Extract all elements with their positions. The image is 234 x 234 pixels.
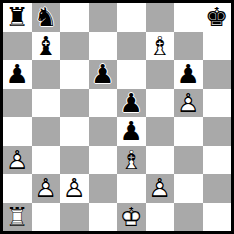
square-a2[interactable] bbox=[3, 174, 32, 203]
square-h6[interactable] bbox=[203, 60, 232, 89]
square-b8[interactable]: ♞ bbox=[32, 3, 61, 32]
square-e6[interactable] bbox=[117, 60, 146, 89]
square-c7[interactable] bbox=[60, 32, 89, 61]
piece-black-king[interactable]: ♚ bbox=[203, 3, 232, 32]
piece-white-bishop[interactable]: ♝♗ bbox=[146, 32, 175, 61]
chess-board-frame: ♜♞♚♝♝♗♟♟♟♟♟♙♟♟♙♝♗♟♙♟♙♟♙♜♖♚♔ bbox=[0, 0, 234, 234]
square-c2[interactable]: ♟♙ bbox=[60, 174, 89, 203]
square-b3[interactable] bbox=[32, 146, 61, 175]
square-a8[interactable]: ♜ bbox=[3, 3, 32, 32]
white-pawn-glyph-outline: ♙ bbox=[3, 146, 32, 175]
white-pawn-glyph-outline: ♙ bbox=[146, 174, 175, 203]
square-a6[interactable]: ♟ bbox=[3, 60, 32, 89]
piece-black-pawn[interactable]: ♟ bbox=[89, 60, 118, 89]
square-c8[interactable] bbox=[60, 3, 89, 32]
square-c4[interactable] bbox=[60, 117, 89, 146]
square-h8[interactable]: ♚ bbox=[203, 3, 232, 32]
square-d2[interactable] bbox=[89, 174, 118, 203]
square-b7[interactable]: ♝ bbox=[32, 32, 61, 61]
square-h7[interactable] bbox=[203, 32, 232, 61]
square-g5[interactable]: ♟♙ bbox=[174, 89, 203, 118]
square-a3[interactable]: ♟♙ bbox=[3, 146, 32, 175]
square-g1[interactable] bbox=[174, 203, 203, 232]
square-f1[interactable] bbox=[146, 203, 175, 232]
piece-black-pawn[interactable]: ♟ bbox=[117, 89, 146, 118]
white-bishop-glyph-outline: ♗ bbox=[146, 32, 175, 61]
square-g3[interactable] bbox=[174, 146, 203, 175]
piece-white-bishop[interactable]: ♝♗ bbox=[117, 146, 146, 175]
square-e7[interactable] bbox=[117, 32, 146, 61]
chess-board: ♜♞♚♝♝♗♟♟♟♟♟♙♟♟♙♝♗♟♙♟♙♟♙♜♖♚♔ bbox=[3, 3, 231, 231]
square-d5[interactable] bbox=[89, 89, 118, 118]
piece-black-pawn[interactable]: ♟ bbox=[3, 60, 32, 89]
white-bishop-glyph-outline: ♗ bbox=[117, 146, 146, 175]
square-e3[interactable]: ♝♗ bbox=[117, 146, 146, 175]
square-e1[interactable]: ♚♔ bbox=[117, 203, 146, 232]
square-d3[interactable] bbox=[89, 146, 118, 175]
piece-black-pawn[interactable]: ♟ bbox=[117, 117, 146, 146]
square-d7[interactable] bbox=[89, 32, 118, 61]
square-h3[interactable] bbox=[203, 146, 232, 175]
square-g2[interactable] bbox=[174, 174, 203, 203]
piece-black-knight[interactable]: ♞ bbox=[32, 3, 61, 32]
white-pawn-glyph-outline: ♙ bbox=[60, 174, 89, 203]
square-d4[interactable] bbox=[89, 117, 118, 146]
square-c1[interactable] bbox=[60, 203, 89, 232]
square-a5[interactable] bbox=[3, 89, 32, 118]
square-h5[interactable] bbox=[203, 89, 232, 118]
square-g8[interactable] bbox=[174, 3, 203, 32]
piece-black-rook[interactable]: ♜ bbox=[3, 3, 32, 32]
square-f7[interactable]: ♝♗ bbox=[146, 32, 175, 61]
piece-white-pawn[interactable]: ♟♙ bbox=[3, 146, 32, 175]
square-b4[interactable] bbox=[32, 117, 61, 146]
white-pawn-glyph-outline: ♙ bbox=[174, 89, 203, 118]
square-f5[interactable] bbox=[146, 89, 175, 118]
square-c3[interactable] bbox=[60, 146, 89, 175]
piece-white-rook[interactable]: ♜♖ bbox=[3, 203, 32, 232]
piece-white-pawn[interactable]: ♟♙ bbox=[174, 89, 203, 118]
square-f4[interactable] bbox=[146, 117, 175, 146]
square-h2[interactable] bbox=[203, 174, 232, 203]
square-e8[interactable] bbox=[117, 3, 146, 32]
square-a7[interactable] bbox=[3, 32, 32, 61]
white-pawn-glyph-outline: ♙ bbox=[32, 174, 61, 203]
piece-white-pawn[interactable]: ♟♙ bbox=[32, 174, 61, 203]
square-b1[interactable] bbox=[32, 203, 61, 232]
square-e2[interactable] bbox=[117, 174, 146, 203]
white-rook-glyph-outline: ♖ bbox=[3, 203, 32, 232]
square-e5[interactable]: ♟ bbox=[117, 89, 146, 118]
piece-white-pawn[interactable]: ♟♙ bbox=[60, 174, 89, 203]
piece-white-king[interactable]: ♚♔ bbox=[117, 203, 146, 232]
square-g7[interactable] bbox=[174, 32, 203, 61]
square-a1[interactable]: ♜♖ bbox=[3, 203, 32, 232]
piece-white-pawn[interactable]: ♟♙ bbox=[146, 174, 175, 203]
square-f3[interactable] bbox=[146, 146, 175, 175]
square-g4[interactable] bbox=[174, 117, 203, 146]
square-h1[interactable] bbox=[203, 203, 232, 232]
square-b5[interactable] bbox=[32, 89, 61, 118]
white-king-glyph-outline: ♔ bbox=[117, 203, 146, 232]
square-f6[interactable] bbox=[146, 60, 175, 89]
square-f8[interactable] bbox=[146, 3, 175, 32]
square-g6[interactable]: ♟ bbox=[174, 60, 203, 89]
piece-black-bishop[interactable]: ♝ bbox=[32, 32, 61, 61]
piece-black-pawn[interactable]: ♟ bbox=[174, 60, 203, 89]
square-e4[interactable]: ♟ bbox=[117, 117, 146, 146]
square-b6[interactable] bbox=[32, 60, 61, 89]
square-d6[interactable]: ♟ bbox=[89, 60, 118, 89]
square-c5[interactable] bbox=[60, 89, 89, 118]
square-b2[interactable]: ♟♙ bbox=[32, 174, 61, 203]
square-d8[interactable] bbox=[89, 3, 118, 32]
square-h4[interactable] bbox=[203, 117, 232, 146]
square-c6[interactable] bbox=[60, 60, 89, 89]
square-a4[interactable] bbox=[3, 117, 32, 146]
square-d1[interactable] bbox=[89, 203, 118, 232]
square-f2[interactable]: ♟♙ bbox=[146, 174, 175, 203]
